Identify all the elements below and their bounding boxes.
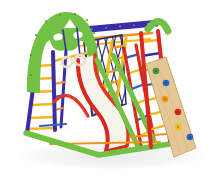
climbing-hold-orange xyxy=(162,96,169,103)
climbing-hold-yellow xyxy=(175,124,182,131)
climbing-hold-red xyxy=(175,109,182,116)
product-photo xyxy=(0,0,221,188)
red-wave-board xyxy=(54,96,88,116)
climbing-hold-blue-bottom xyxy=(187,134,194,141)
play-gym-illustration xyxy=(0,0,221,188)
climbing-hold-green xyxy=(153,68,160,75)
climbing-hold-blue xyxy=(163,80,170,87)
